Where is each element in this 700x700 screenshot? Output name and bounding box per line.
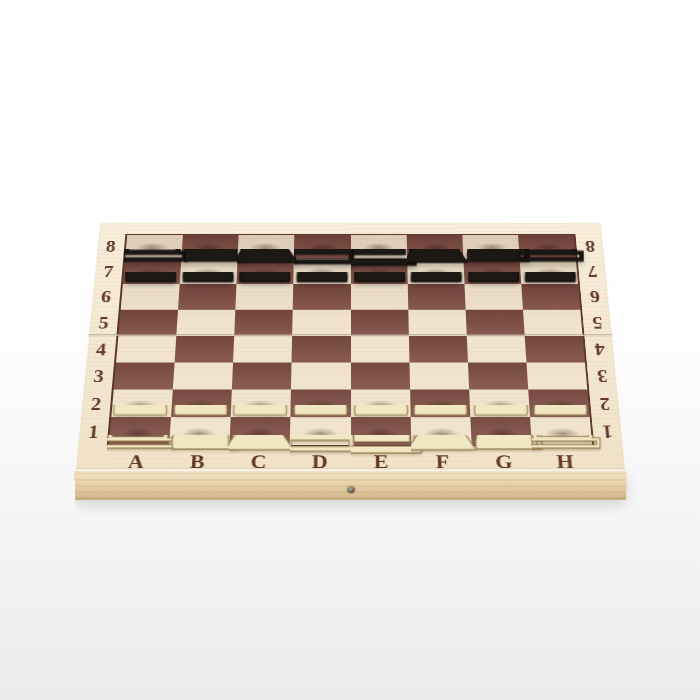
square-b6[interactable] xyxy=(178,284,237,309)
square-a7[interactable] xyxy=(122,259,181,284)
clasp-hole xyxy=(347,487,353,492)
square-e7[interactable] xyxy=(350,259,407,284)
square-d8[interactable] xyxy=(294,235,350,260)
square-g6[interactable] xyxy=(464,284,523,309)
square-h8[interactable] xyxy=(517,235,575,260)
cross-finial-icon: ✚ xyxy=(371,116,385,132)
square-a6[interactable] xyxy=(120,284,179,309)
chess-board: 87654321 87654321 ABCDEFGH ♜♞♝♛●♚✚♝♞♜♟♟♟… xyxy=(75,223,626,470)
square-f8[interactable] xyxy=(406,235,463,260)
square-h7[interactable] xyxy=(519,259,578,284)
square-d7[interactable] xyxy=(293,259,350,284)
ball-finial-icon: ● xyxy=(374,296,387,311)
square-c7[interactable] xyxy=(236,259,293,284)
square-h6[interactable] xyxy=(521,284,580,309)
square-b8[interactable] xyxy=(181,235,238,260)
square-f7[interactable] xyxy=(406,259,463,284)
square-g8[interactable] xyxy=(462,235,519,260)
square-c8[interactable] xyxy=(237,235,294,260)
square-e8[interactable] xyxy=(350,235,406,260)
board-front-face xyxy=(74,470,627,500)
square-g7[interactable] xyxy=(463,259,521,284)
photo-background: 87654321 87654321 ABCDEFGH ♜♞♝♛●♚✚♝♞♜♟♟♟… xyxy=(0,0,700,700)
chess-scene: 87654321 87654321 ABCDEFGH ♜♞♝♛●♚✚♝♞♜♟♟♟… xyxy=(0,0,700,700)
square-a8[interactable] xyxy=(125,235,183,260)
square-b7[interactable] xyxy=(179,259,237,284)
